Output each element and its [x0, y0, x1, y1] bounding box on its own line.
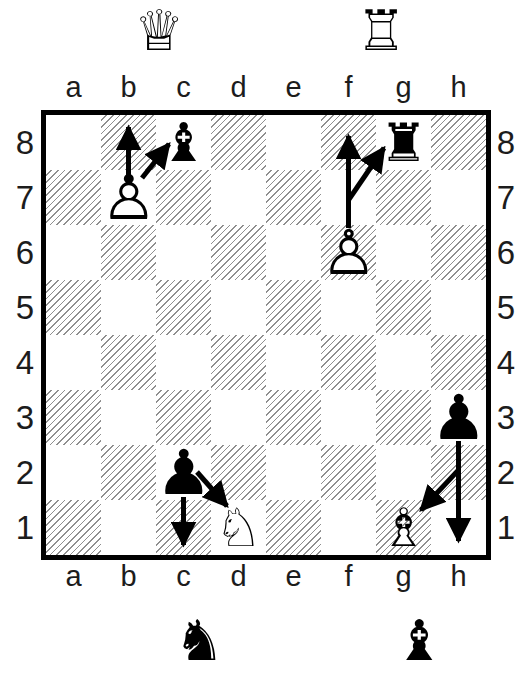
square-h7 [431, 170, 486, 225]
square-d2 [211, 445, 266, 500]
rank-label-3: 3 [492, 390, 520, 445]
square-g5 [376, 280, 431, 335]
square-e3 [266, 390, 321, 445]
square-d8 [211, 115, 266, 170]
square-a7 [46, 170, 101, 225]
square-d1: ♞♘ [211, 500, 266, 555]
black-rook-g8: ♜ [376, 115, 431, 170]
file-label-g: g [376, 72, 431, 102]
rank-label-2: 2 [492, 445, 520, 500]
white-queen-promotion-icon: ♕ [113, 1, 205, 61]
file-label-e: e [266, 72, 321, 102]
file-label-b: b [101, 561, 156, 591]
file-labels-bottom: abcdefgh [46, 561, 486, 591]
rank-label-4: 4 [11, 335, 39, 390]
square-a1 [46, 500, 101, 555]
square-a2 [46, 445, 101, 500]
rank-label-6: 6 [492, 225, 520, 280]
square-g1: ♝♗ [376, 500, 431, 555]
square-f5 [321, 280, 376, 335]
square-e8 [266, 115, 321, 170]
square-b3 [101, 390, 156, 445]
rank-label-1: 1 [11, 500, 39, 555]
square-c4 [156, 335, 211, 390]
square-c5 [156, 280, 211, 335]
square-h8 [431, 115, 486, 170]
file-label-d: d [211, 561, 266, 591]
square-a5 [46, 280, 101, 335]
square-e7 [266, 170, 321, 225]
white-knight-d1: ♞♘ [211, 500, 266, 555]
black-pawn-c2: ♟ [156, 445, 211, 500]
square-e6 [266, 225, 321, 280]
square-e4 [266, 335, 321, 390]
square-e2 [266, 445, 321, 500]
square-c6 [156, 225, 211, 280]
square-d4 [211, 335, 266, 390]
black-knight-promotion-icon: ♞ [153, 611, 245, 671]
file-label-h: h [431, 561, 486, 591]
square-g6 [376, 225, 431, 280]
chess-promotion-diagram: ♕ ♖ abcdefgh 87654321 ♝♜♟♙♟♙♟♟♞♘♝♗ 87654… [0, 0, 528, 674]
rank-labels-left: 87654321 [11, 115, 39, 555]
file-label-f: f [321, 72, 376, 102]
file-label-g: g [376, 561, 431, 591]
square-c1 [156, 500, 211, 555]
square-c2: ♟ [156, 445, 211, 500]
square-h5 [431, 280, 486, 335]
file-label-c: c [156, 561, 211, 591]
square-f2 [321, 445, 376, 500]
square-d7 [211, 170, 266, 225]
rank-label-4: 4 [492, 335, 520, 390]
file-label-f: f [321, 561, 376, 591]
square-h2 [431, 445, 486, 500]
rank-labels-right: 87654321 [492, 115, 520, 555]
rank-label-3: 3 [11, 390, 39, 445]
rank-label-7: 7 [11, 170, 39, 225]
square-f3 [321, 390, 376, 445]
rank-label-8: 8 [11, 115, 39, 170]
square-e5 [266, 280, 321, 335]
square-b5 [101, 280, 156, 335]
square-g4 [376, 335, 431, 390]
file-label-d: d [211, 72, 266, 102]
square-g3 [376, 390, 431, 445]
white-rook-promotion-icon: ♖ [335, 1, 427, 61]
square-e1 [266, 500, 321, 555]
square-a3 [46, 390, 101, 445]
file-label-e: e [266, 561, 321, 591]
square-c8: ♝ [156, 115, 211, 170]
rank-label-2: 2 [11, 445, 39, 500]
file-label-a: a [46, 72, 101, 102]
piece-outline: ♙ [321, 225, 377, 280]
white-bishop-g1: ♝♗ [376, 500, 431, 555]
rank-label-7: 7 [492, 170, 520, 225]
square-d3 [211, 390, 266, 445]
file-labels-top: abcdefgh [46, 72, 486, 102]
square-d5 [211, 280, 266, 335]
square-f8 [321, 115, 376, 170]
square-h3: ♟ [431, 390, 486, 445]
square-h6 [431, 225, 486, 280]
chess-board: ♝♜♟♙♟♙♟♟♞♘♝♗ [41, 110, 491, 560]
file-label-h: h [431, 72, 486, 102]
square-b2 [101, 445, 156, 500]
file-label-b: b [101, 72, 156, 102]
white-pawn-b7: ♟♙ [101, 170, 156, 225]
square-f4 [321, 335, 376, 390]
square-c7 [156, 170, 211, 225]
square-a8 [46, 115, 101, 170]
square-a4 [46, 335, 101, 390]
rank-label-8: 8 [492, 115, 520, 170]
file-label-c: c [156, 72, 211, 102]
piece-outline: ♙ [101, 170, 157, 225]
piece-outline: ♗ [380, 500, 428, 555]
white-pawn-f6: ♟♙ [321, 225, 376, 280]
rank-label-5: 5 [11, 280, 39, 335]
square-h1 [431, 500, 486, 555]
square-b1 [101, 500, 156, 555]
square-f1 [321, 500, 376, 555]
square-g7 [376, 170, 431, 225]
rank-label-6: 6 [11, 225, 39, 280]
square-d6 [211, 225, 266, 280]
square-b6 [101, 225, 156, 280]
square-g8: ♜ [376, 115, 431, 170]
square-g2 [376, 445, 431, 500]
square-b7: ♟♙ [101, 170, 156, 225]
file-label-a: a [46, 561, 101, 591]
black-bishop-c8: ♝ [156, 115, 211, 170]
square-b4 [101, 335, 156, 390]
square-a6 [46, 225, 101, 280]
black-pawn-h3: ♟ [431, 390, 486, 445]
piece-outline: ♘ [215, 500, 263, 555]
square-f6: ♟♙ [321, 225, 376, 280]
rank-label-5: 5 [492, 280, 520, 335]
black-bishop-promotion-icon: ♝ [373, 611, 465, 671]
rank-label-1: 1 [492, 500, 520, 555]
